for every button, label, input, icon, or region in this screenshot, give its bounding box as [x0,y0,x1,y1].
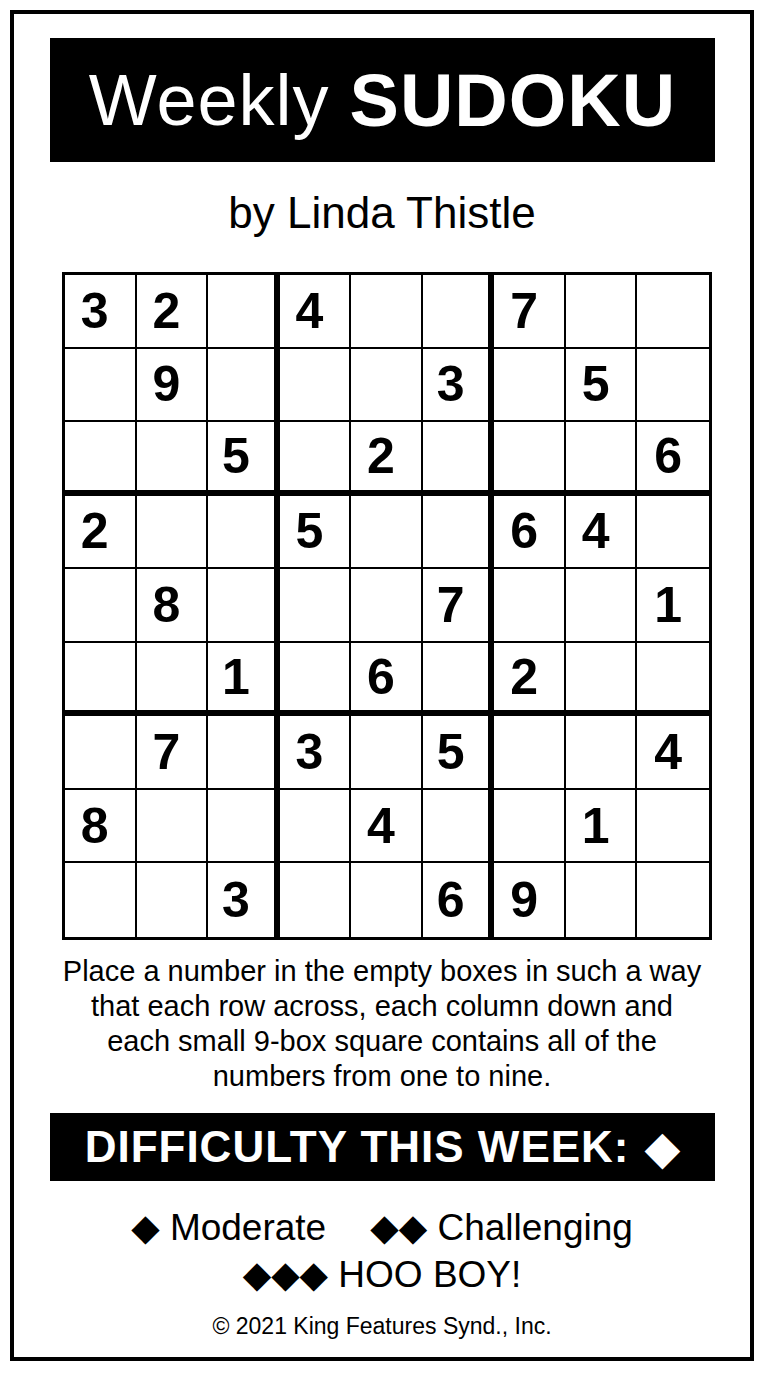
cell-r6c9[interactable] [637,643,709,717]
cell-r6c6[interactable] [423,643,495,717]
instruction-line-4: numbers from one to nine. [0,1059,764,1094]
cell-r1c1[interactable]: 3 [65,275,137,349]
cell-r7c5[interactable] [351,716,423,790]
cell-r2c6[interactable]: 3 [423,349,495,423]
cell-r2c8[interactable]: 5 [566,349,638,423]
cell-r1c6[interactable] [423,275,495,349]
challenging-diamonds-icon: ◆◆ [370,1207,427,1248]
cell-r3c3[interactable]: 5 [208,422,280,496]
cell-r7c6[interactable]: 5 [423,716,495,790]
hoo-boy-diamonds-icon: ◆◆◆ [243,1254,328,1295]
cell-r3c6[interactable] [423,422,495,496]
cell-r7c1[interactable] [65,716,137,790]
cell-r9c1[interactable] [65,863,137,937]
difficulty-label: DIFFICULTY THIS WEEK: [85,1122,630,1172]
cell-r7c3[interactable] [208,716,280,790]
cell-r3c8[interactable] [566,422,638,496]
cell-r5c9[interactable]: 1 [637,569,709,643]
cell-r3c2[interactable] [137,422,209,496]
cell-r6c3[interactable]: 1 [208,643,280,717]
moderate-label: Moderate [170,1207,326,1248]
title-bar: Weekly SUDOKU [50,38,715,162]
moderate-diamond-icon: ◆ [131,1207,159,1248]
cell-r9c7[interactable]: 9 [494,863,566,937]
cell-r6c1[interactable] [65,643,137,717]
challenging-label: Challenging [437,1207,632,1248]
cell-r5c8[interactable] [566,569,638,643]
cell-r5c3[interactable] [208,569,280,643]
cell-r4c1[interactable]: 2 [65,496,137,570]
cell-r9c5[interactable] [351,863,423,937]
cell-r8c9[interactable] [637,790,709,864]
title-sudoku: SUDOKU [350,58,677,143]
difficulty-legend-row-1: ◆ Moderate ◆◆ Challenging [0,1206,764,1249]
cell-r8c7[interactable] [494,790,566,864]
cell-r4c8[interactable]: 4 [566,496,638,570]
cell-r1c2[interactable]: 2 [137,275,209,349]
cell-r8c2[interactable] [137,790,209,864]
cell-r9c3[interactable]: 3 [208,863,280,937]
cell-r7c2[interactable]: 7 [137,716,209,790]
cell-r4c2[interactable] [137,496,209,570]
cell-r6c7[interactable]: 2 [494,643,566,717]
cell-r4c9[interactable] [637,496,709,570]
cell-r8c3[interactable] [208,790,280,864]
title-weekly: Weekly [89,59,330,141]
cell-r8c8[interactable]: 1 [566,790,638,864]
cell-r5c1[interactable] [65,569,137,643]
difficulty-legend-row-2: ◆◆◆ HOO BOY! [0,1253,764,1296]
cell-r5c4[interactable] [280,569,352,643]
cell-r3c1[interactable] [65,422,137,496]
cell-r6c8[interactable] [566,643,638,717]
difficulty-rating-diamond-icon: ◆ [646,1122,681,1173]
cell-r1c9[interactable] [637,275,709,349]
cell-r2c3[interactable] [208,349,280,423]
cell-r4c4[interactable]: 5 [280,496,352,570]
legend-challenging: ◆◆ Challenging [370,1206,633,1249]
cell-r8c4[interactable] [280,790,352,864]
cell-r2c2[interactable]: 9 [137,349,209,423]
cell-r2c4[interactable] [280,349,352,423]
instruction-line-3: each small 9-box square contains all of … [0,1024,764,1059]
cell-r5c2[interactable]: 8 [137,569,209,643]
legend-hoo-boy: ◆◆◆ HOO BOY! [243,1253,522,1296]
cell-r7c8[interactable] [566,716,638,790]
cell-r3c5[interactable]: 2 [351,422,423,496]
cell-r9c8[interactable] [566,863,638,937]
cell-r2c5[interactable] [351,349,423,423]
cell-r4c6[interactable] [423,496,495,570]
cell-r9c2[interactable] [137,863,209,937]
cell-r3c4[interactable] [280,422,352,496]
cell-r6c4[interactable] [280,643,352,717]
cell-r9c4[interactable] [280,863,352,937]
copyright: © 2021 King Features Synd., Inc. [0,1313,764,1340]
sudoku-grid: 324793552625648711627354841369 [62,272,712,940]
hoo-boy-label: HOO BOY! [338,1254,521,1295]
cell-r6c2[interactable] [137,643,209,717]
cell-r7c7[interactable] [494,716,566,790]
cell-r5c5[interactable] [351,569,423,643]
cell-r9c9[interactable] [637,863,709,937]
cell-r1c4[interactable]: 4 [280,275,352,349]
cell-r6c5[interactable]: 6 [351,643,423,717]
cell-r7c4[interactable]: 3 [280,716,352,790]
instruction-line-2: that each row across, each column down a… [0,989,764,1024]
cell-r9c6[interactable]: 6 [423,863,495,937]
cell-r5c6[interactable]: 7 [423,569,495,643]
puzzle-page: Weekly SUDOKU by Linda Thistle 324793552… [0,0,764,1373]
difficulty-bar: DIFFICULTY THIS WEEK: ◆ [50,1113,715,1181]
cell-r2c1[interactable] [65,349,137,423]
cell-r4c7[interactable]: 6 [494,496,566,570]
byline: by Linda Thistle [0,188,764,238]
cell-r1c7[interactable]: 7 [494,275,566,349]
legend-moderate: ◆ Moderate [131,1206,326,1249]
cell-r7c9[interactable]: 4 [637,716,709,790]
cell-r2c7[interactable] [494,349,566,423]
cell-r1c5[interactable] [351,275,423,349]
cell-r1c8[interactable] [566,275,638,349]
instructions: Place a number in the empty boxes in suc… [0,954,764,1094]
instruction-line-1: Place a number in the empty boxes in suc… [0,954,764,989]
cell-r2c9[interactable] [637,349,709,423]
cell-r8c6[interactable] [423,790,495,864]
cell-r5c7[interactable] [494,569,566,643]
cell-r3c9[interactable]: 6 [637,422,709,496]
cell-r3c7[interactable] [494,422,566,496]
cell-r4c3[interactable] [208,496,280,570]
cell-r8c5[interactable]: 4 [351,790,423,864]
cell-r4c5[interactable] [351,496,423,570]
cell-r1c3[interactable] [208,275,280,349]
cell-r8c1[interactable]: 8 [65,790,137,864]
